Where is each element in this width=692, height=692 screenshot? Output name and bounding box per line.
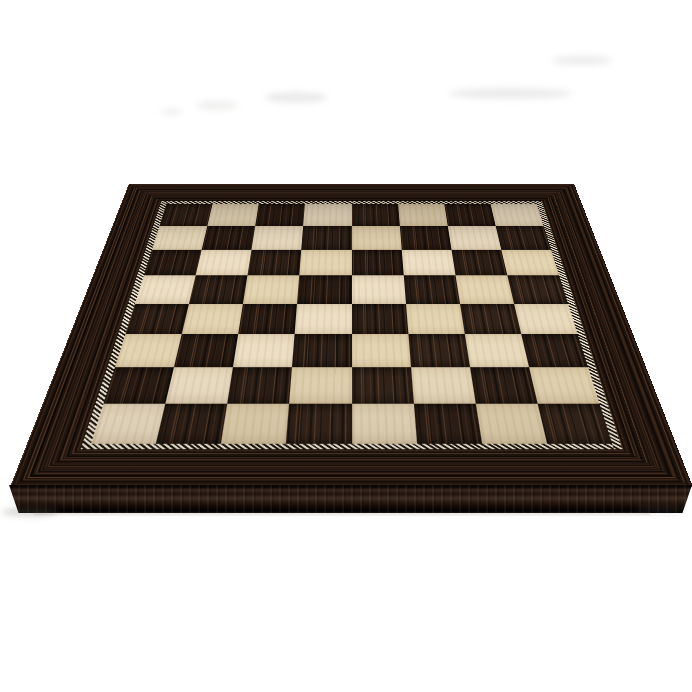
square-r1c0[interactable] [151, 225, 207, 249]
square-r0c3[interactable] [303, 203, 351, 225]
square-r3c4[interactable] [351, 275, 405, 303]
square-r6c6[interactable] [469, 367, 537, 403]
corner-shadow-right [636, 505, 684, 513]
square-r4c0[interactable] [125, 303, 189, 333]
square-r3c3[interactable] [297, 275, 351, 303]
square-r5c3[interactable] [292, 333, 351, 366]
photo-smudge [552, 56, 612, 65]
photo-smudge [196, 101, 238, 110]
square-r4c5[interactable] [405, 303, 464, 333]
photo-smudge [265, 92, 327, 103]
square-r4c3[interactable] [294, 303, 351, 333]
square-r6c3[interactable] [289, 367, 351, 403]
board-top-surface [9, 183, 692, 487]
square-r5c2[interactable] [233, 333, 295, 366]
square-r2c5[interactable] [401, 249, 455, 275]
square-r4c1[interactable] [181, 303, 242, 333]
square-r5c5[interactable] [408, 333, 470, 366]
square-r6c7[interactable] [528, 367, 599, 403]
board-frame-top [122, 183, 581, 200]
square-r4c4[interactable] [351, 303, 408, 333]
photo-smudge [160, 108, 182, 115]
square-r4c2[interactable] [238, 303, 297, 333]
square-r0c7[interactable] [490, 203, 543, 225]
squares-grid [90, 203, 611, 443]
square-r4c6[interactable] [459, 303, 520, 333]
square-r7c5[interactable] [413, 403, 481, 443]
table-reflection [34, 513, 650, 515]
square-r1c6[interactable] [447, 225, 501, 249]
square-r3c0[interactable] [135, 275, 196, 303]
square-r1c5[interactable] [399, 225, 451, 249]
square-r7c6[interactable] [475, 403, 546, 443]
square-r2c0[interactable] [143, 249, 201, 275]
square-r0c0[interactable] [159, 203, 212, 225]
square-r2c4[interactable] [351, 249, 403, 275]
square-r7c1[interactable] [155, 403, 226, 443]
square-r3c1[interactable] [189, 275, 248, 303]
chess-board [9, 183, 692, 487]
square-r1c1[interactable] [201, 225, 255, 249]
square-r2c1[interactable] [195, 249, 251, 275]
corner-shadow-left [2, 508, 58, 516]
square-r3c7[interactable] [507, 275, 568, 303]
square-r1c3[interactable] [301, 225, 351, 249]
square-r5c6[interactable] [464, 333, 528, 366]
square-r2c7[interactable] [501, 249, 559, 275]
board-front-edge [9, 485, 692, 513]
square-r5c0[interactable] [114, 333, 181, 366]
board-frame-bottom [9, 449, 692, 487]
square-r7c7[interactable] [537, 403, 612, 443]
square-r0c5[interactable] [397, 203, 447, 225]
square-r7c3[interactable] [286, 403, 351, 443]
square-r5c4[interactable] [351, 333, 410, 366]
photo-smudge [448, 88, 573, 99]
square-r6c2[interactable] [227, 367, 292, 403]
square-r5c1[interactable] [174, 333, 238, 366]
square-r7c2[interactable] [221, 403, 289, 443]
square-r1c2[interactable] [251, 225, 303, 249]
square-r1c4[interactable] [351, 225, 401, 249]
square-r2c6[interactable] [451, 249, 507, 275]
square-r6c4[interactable] [351, 367, 413, 403]
square-r4c7[interactable] [513, 303, 577, 333]
square-r3c5[interactable] [403, 275, 459, 303]
square-r2c2[interactable] [247, 249, 301, 275]
square-r0c1[interactable] [207, 203, 259, 225]
square-r6c1[interactable] [165, 367, 233, 403]
square-r6c0[interactable] [103, 367, 174, 403]
square-r0c4[interactable] [351, 203, 399, 225]
square-r3c6[interactable] [455, 275, 514, 303]
square-r7c0[interactable] [90, 403, 165, 443]
square-r0c6[interactable] [444, 203, 496, 225]
square-r7c4[interactable] [351, 403, 416, 443]
product-photo-background [0, 0, 692, 692]
square-r1c7[interactable] [495, 225, 551, 249]
square-r6c5[interactable] [410, 367, 475, 403]
playing-area [80, 201, 622, 449]
square-r5c7[interactable] [521, 333, 588, 366]
square-r2c3[interactable] [299, 249, 351, 275]
square-r0c2[interactable] [255, 203, 305, 225]
rope-inlay-trim-bottom [80, 443, 622, 448]
square-r3c2[interactable] [243, 275, 299, 303]
